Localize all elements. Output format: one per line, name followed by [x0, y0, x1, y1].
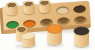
hole-r2c5-empty[interactable] — [72, 14, 87, 25]
hole-r1c5-brown[interactable] — [71, 3, 86, 14]
empty-disc — [57, 17, 69, 25]
cup-opening-top — [16, 26, 27, 32]
black-top — [74, 27, 89, 35]
hole-r1c4-sand[interactable] — [55, 4, 70, 15]
wood-top — [21, 32, 35, 39]
brown-disc — [73, 5, 85, 13]
toy-scene — [0, 0, 95, 50]
hole-r1c2-cup[interactable] — [21, 7, 36, 18]
loose-cylinder-orange-top[interactable] — [47, 27, 62, 45]
loose-cylinder-wood-solid[interactable] — [21, 34, 35, 47]
standing-wood-cup — [40, 2, 52, 14]
hole-r1c1-cup[interactable] — [4, 8, 19, 19]
sand-disc — [56, 6, 68, 14]
standing-wood-cup — [6, 4, 18, 16]
standing-wood-cup — [23, 3, 35, 15]
orange-top — [47, 25, 62, 33]
empty-disc — [74, 16, 86, 24]
hole-r1c3-cup[interactable] — [38, 6, 53, 17]
loose-cylinder-black-top[interactable] — [74, 29, 89, 47]
